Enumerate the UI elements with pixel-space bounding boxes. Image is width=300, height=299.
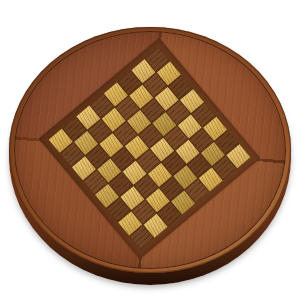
product-photo: [0, 0, 300, 299]
